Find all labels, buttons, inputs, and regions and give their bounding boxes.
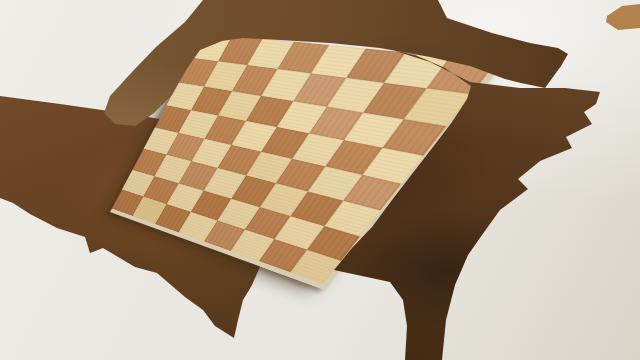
photo-of-chessboard <box>0 0 640 360</box>
